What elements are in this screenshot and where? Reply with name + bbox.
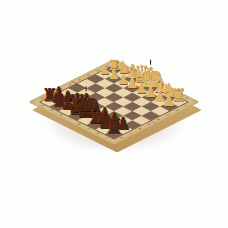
chess-piece-bR-h8: ♜ [105, 116, 124, 137]
chess-piece-wP-h2: ♟ [162, 94, 176, 109]
pieces-layer: ♜♞♝♛♚♝♞♜♟♟♟♟♟♟♟♟♟♟♟♟♟♟♟♟♜♞♝♛♚♝♞♜ [0, 0, 228, 228]
chess-set-product-photo: аа11бб22вв33гг44дд55ее66жж77зз88 ♜♞♝♛♚♝♞… [0, 0, 228, 228]
